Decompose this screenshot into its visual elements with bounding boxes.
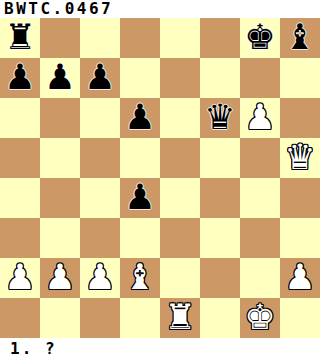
square-c5[interactable] [80,138,120,178]
piece-black-bishop[interactable]: ♝ [284,20,315,55]
square-d6[interactable]: ♟ [120,98,160,138]
square-c8[interactable] [80,18,120,58]
square-e1[interactable]: ♜ [160,298,200,338]
piece-black-pawn[interactable]: ♟ [124,180,155,215]
square-c4[interactable] [80,178,120,218]
square-b7[interactable]: ♟ [40,58,80,98]
square-g6[interactable]: ♟ [240,98,280,138]
square-e4[interactable] [160,178,200,218]
square-e7[interactable] [160,58,200,98]
square-h6[interactable] [280,98,320,138]
piece-white-rook[interactable]: ♜ [164,300,195,335]
square-f6[interactable]: ♛ [200,98,240,138]
square-h1[interactable] [280,298,320,338]
piece-black-pawn[interactable]: ♟ [124,100,155,135]
square-d8[interactable] [120,18,160,58]
square-h2[interactable]: ♟ [280,258,320,298]
square-g3[interactable] [240,218,280,258]
square-h5[interactable]: ♛ [280,138,320,178]
square-h7[interactable] [280,58,320,98]
square-d5[interactable] [120,138,160,178]
square-f8[interactable] [200,18,240,58]
square-g7[interactable] [240,58,280,98]
square-b5[interactable] [40,138,80,178]
square-f5[interactable] [200,138,240,178]
piece-black-king[interactable]: ♚ [244,20,275,55]
square-h8[interactable]: ♝ [280,18,320,58]
square-f2[interactable] [200,258,240,298]
square-a3[interactable] [0,218,40,258]
square-g2[interactable] [240,258,280,298]
square-f3[interactable] [200,218,240,258]
piece-black-pawn[interactable]: ♟ [84,60,115,95]
square-a7[interactable]: ♟ [0,58,40,98]
square-g1[interactable]: ♚ [240,298,280,338]
square-f7[interactable] [200,58,240,98]
puzzle-title: BWTC.0467 [0,0,320,18]
piece-black-rook[interactable]: ♜ [4,20,35,55]
square-a5[interactable] [0,138,40,178]
square-d2[interactable]: ♝ [120,258,160,298]
piece-black-pawn[interactable]: ♟ [4,60,35,95]
square-c7[interactable]: ♟ [80,58,120,98]
square-b4[interactable] [40,178,80,218]
square-e6[interactable] [160,98,200,138]
square-g4[interactable] [240,178,280,218]
square-e3[interactable] [160,218,200,258]
piece-white-king[interactable]: ♚ [244,300,275,335]
square-d3[interactable] [120,218,160,258]
piece-white-pawn[interactable]: ♟ [244,100,275,135]
square-a4[interactable] [0,178,40,218]
square-b1[interactable] [40,298,80,338]
square-c6[interactable] [80,98,120,138]
square-d7[interactable] [120,58,160,98]
move-prompt: 1. ? [0,338,320,360]
square-c2[interactable]: ♟ [80,258,120,298]
piece-white-pawn[interactable]: ♟ [4,260,35,295]
piece-black-queen[interactable]: ♛ [204,100,235,135]
piece-white-queen[interactable]: ♛ [284,140,315,175]
piece-white-pawn[interactable]: ♟ [284,260,315,295]
square-e2[interactable] [160,258,200,298]
square-d4[interactable]: ♟ [120,178,160,218]
square-g5[interactable] [240,138,280,178]
square-c1[interactable] [80,298,120,338]
square-a8[interactable]: ♜ [0,18,40,58]
square-h4[interactable] [280,178,320,218]
piece-white-pawn[interactable]: ♟ [84,260,115,295]
square-b8[interactable] [40,18,80,58]
piece-white-pawn[interactable]: ♟ [44,260,75,295]
square-a2[interactable]: ♟ [0,258,40,298]
square-d1[interactable] [120,298,160,338]
square-h3[interactable] [280,218,320,258]
square-e5[interactable] [160,138,200,178]
piece-white-bishop[interactable]: ♝ [124,260,155,295]
square-a6[interactable] [0,98,40,138]
square-g8[interactable]: ♚ [240,18,280,58]
square-b3[interactable] [40,218,80,258]
square-f4[interactable] [200,178,240,218]
piece-black-pawn[interactable]: ♟ [44,60,75,95]
square-b6[interactable] [40,98,80,138]
square-c3[interactable] [80,218,120,258]
square-a1[interactable] [0,298,40,338]
square-b2[interactable]: ♟ [40,258,80,298]
square-e8[interactable] [160,18,200,58]
chess-board: ♜♚♝♟♟♟♟♛♟♛♟♟♟♟♝♟♜♚ [0,18,320,338]
square-f1[interactable] [200,298,240,338]
